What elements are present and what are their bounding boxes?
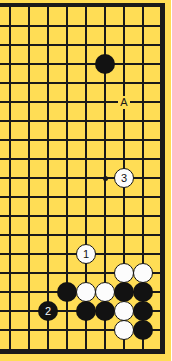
black-stone-P3 [76,301,96,321]
star-point-Q10 [103,176,108,181]
point-label-A: A [118,96,129,109]
white-stone-P4 [76,282,96,302]
black-stone-S2 [133,320,153,340]
black-stone-Q3 [95,301,115,321]
black-stone-R4 [114,282,134,302]
white-stone-R2 [114,320,134,340]
white-stone-Q4 [95,282,115,302]
black-stone-N3-move-2: 2 [38,301,58,321]
white-stone-P6-move-1: 1 [76,244,96,264]
white-stone-S5 [133,263,153,283]
white-stone-R5 [114,263,134,283]
white-stone-R3 [114,301,134,321]
board-intersections: A312 [1,0,172,359]
black-stone-O4 [57,282,77,302]
white-stone-R10-move-3: 3 [114,168,134,188]
black-stone-S4 [133,282,153,302]
black-stone-Q16 [95,54,115,74]
black-stone-S3 [133,301,153,321]
go-board: A312 [0,0,171,361]
